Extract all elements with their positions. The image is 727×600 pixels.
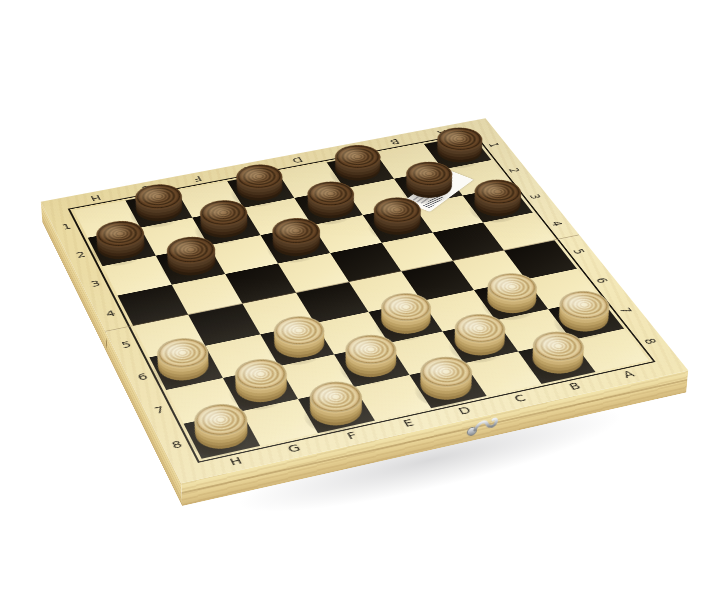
board-top-face: HHGGFFEEDDCCBBAA1122334455667788 [41, 118, 688, 483]
rank-label-left-5: 5 [115, 338, 138, 352]
photo-backdrop: HHGGFFEEDDCCBBAA1122334455667788 [0, 0, 727, 600]
checkers-board: HHGGFFEEDDCCBBAA1122334455667788 [41, 118, 688, 483]
